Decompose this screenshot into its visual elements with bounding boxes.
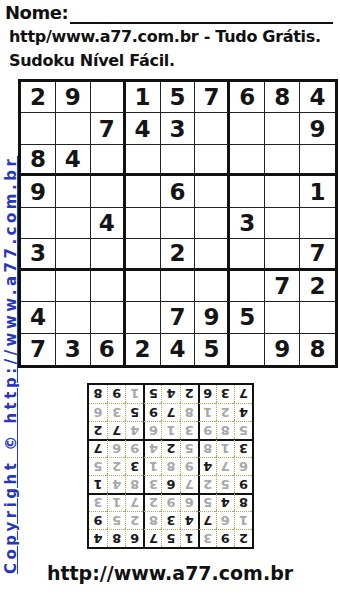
solution-cell-r3c1: 8: [234, 493, 252, 511]
solution-cell-r6c5: 2: [161, 439, 179, 457]
solution-cell-r7c1: 5: [234, 421, 252, 439]
site-tagline: http/www.a77.com.br - Tudo Grátis.: [9, 27, 321, 46]
solution-cell-r5c3: 4: [198, 457, 216, 475]
main-cell-r5c4[interactable]: [126, 208, 161, 239]
solution-cell-r5c5: 8: [161, 457, 179, 475]
solution-cell-r8c8: 3: [107, 403, 125, 421]
solution-cell-r1c2: 9: [216, 529, 234, 547]
solution-grid: 2931576841674382598456927139527638416749…: [87, 383, 254, 549]
solution-cell-r4c7: 8: [125, 475, 143, 493]
solution-cell-r1c3: 3: [198, 529, 216, 547]
main-cell-r3c4[interactable]: [126, 145, 161, 176]
main-cell-r2c5: 3: [161, 113, 196, 144]
main-cell-r7c7[interactable]: [230, 271, 265, 302]
copyright-vertical-text: Copyright © http://www.a77.com.br: [2, 156, 20, 574]
solution-cell-r6c4: 5: [180, 439, 198, 457]
main-cell-r8c9[interactable]: [300, 302, 335, 333]
main-cell-r4c6[interactable]: [195, 176, 230, 207]
puzzle-title: Sudoku Nível Fácil.: [9, 51, 175, 70]
main-cell-r1c7: 6: [230, 82, 265, 113]
main-cell-r8c3[interactable]: [91, 302, 126, 333]
solution-cell-r7c3: 9: [198, 421, 216, 439]
solution-cell-r3c4: 6: [180, 493, 198, 511]
solution-cell-r3c2: 4: [216, 493, 234, 511]
main-cell-r5c8[interactable]: [265, 208, 300, 239]
solution-cell-r3c7: 7: [125, 493, 143, 511]
main-cell-r9c9: 8: [300, 334, 335, 365]
solution-cell-r9c7: 1: [125, 385, 143, 403]
name-row: Nome:: [5, 2, 333, 24]
solution-cell-r8c1: 4: [234, 403, 252, 421]
main-cell-r1c8: 8: [265, 82, 300, 113]
main-cell-r8c6: 9: [195, 302, 230, 333]
main-cell-r9c8: 9: [265, 334, 300, 365]
main-cell-r8c1: 4: [21, 302, 56, 333]
main-cell-r2c2[interactable]: [56, 113, 91, 144]
solution-cell-r1c7: 6: [125, 529, 143, 547]
solution-cell-r2c6: 8: [143, 511, 161, 529]
main-cell-r9c1: 7: [21, 334, 56, 365]
solution-cell-r9c8: 9: [107, 385, 125, 403]
main-cell-r3c2: 4: [56, 145, 91, 176]
main-cell-r5c1[interactable]: [21, 208, 56, 239]
main-cell-r7c2[interactable]: [56, 271, 91, 302]
main-cell-r5c9[interactable]: [300, 208, 335, 239]
solution-cell-r5c4: 9: [180, 457, 198, 475]
main-cell-r6c5: 2: [161, 239, 196, 270]
main-cell-r5c5[interactable]: [161, 208, 196, 239]
solution-cell-r9c6: 5: [143, 385, 161, 403]
solution-cell-r4c6: 3: [143, 475, 161, 493]
main-cell-r5c7: 3: [230, 208, 265, 239]
solution-cell-r7c5: 1: [161, 421, 179, 439]
main-cell-r3c3[interactable]: [91, 145, 126, 176]
solution-cell-r4c5: 6: [161, 475, 179, 493]
solution-cell-r6c3: 8: [198, 439, 216, 457]
main-cell-r4c3[interactable]: [91, 176, 126, 207]
main-cell-r2c4: 4: [126, 113, 161, 144]
solution-cell-r5c6: 1: [143, 457, 161, 475]
solution-cell-r6c6: 4: [143, 439, 161, 457]
solution-cell-r3c8: 1: [107, 493, 125, 511]
main-cell-r9c2: 3: [56, 334, 91, 365]
main-cell-r4c5: 6: [161, 176, 196, 207]
solution-cell-r5c8: 2: [107, 457, 125, 475]
main-cell-r5c6[interactable]: [195, 208, 230, 239]
solution-cell-r1c8: 8: [107, 529, 125, 547]
main-cell-r7c3[interactable]: [91, 271, 126, 302]
solution-cell-r4c3: 2: [198, 475, 216, 493]
solution-cell-r8c5: 7: [161, 403, 179, 421]
main-cell-r3c6[interactable]: [195, 145, 230, 176]
solution-cell-r2c5: 3: [161, 511, 179, 529]
solution-cell-r4c4: 7: [180, 475, 198, 493]
main-cell-r3c5[interactable]: [161, 145, 196, 176]
solution-cell-r4c1: 9: [234, 475, 252, 493]
main-cell-r2c9: 9: [300, 113, 335, 144]
solution-cell-r2c1: 1: [234, 511, 252, 529]
main-cell-r7c5[interactable]: [161, 271, 196, 302]
main-cell-r6c4[interactable]: [126, 239, 161, 270]
solution-cell-r7c6: 6: [143, 421, 161, 439]
solution-cell-r9c4: 2: [180, 385, 198, 403]
solution-cell-r2c7: 2: [125, 511, 143, 529]
solution-cell-r6c8: 6: [107, 439, 125, 457]
main-cell-r8c8[interactable]: [265, 302, 300, 333]
main-cell-r1c6: 7: [195, 82, 230, 113]
solution-cell-r6c7: 9: [125, 439, 143, 457]
name-label: Nome:: [5, 2, 68, 24]
main-cell-r7c4[interactable]: [126, 271, 161, 302]
solution-cell-r8c6: 9: [143, 403, 161, 421]
main-cell-r4c2[interactable]: [56, 176, 91, 207]
main-cell-r2c1[interactable]: [21, 113, 56, 144]
solution-cell-r5c9: 5: [89, 457, 107, 475]
solution-cell-r4c9: 1: [89, 475, 107, 493]
solution-cell-r9c9: 8: [89, 385, 107, 403]
solution-cell-r1c4: 1: [180, 529, 198, 547]
main-cell-r4c1: 9: [21, 176, 56, 207]
solution-cell-r3c6: 2: [143, 493, 161, 511]
main-cell-r4c7[interactable]: [230, 176, 265, 207]
name-fill-line[interactable]: [70, 3, 333, 24]
main-cell-r4c8[interactable]: [265, 176, 300, 207]
main-cell-r1c5: 5: [161, 82, 196, 113]
solution-cell-r2c2: 6: [216, 511, 234, 529]
main-cell-r7c1[interactable]: [21, 271, 56, 302]
main-cell-r8c7: 5: [230, 302, 265, 333]
main-cell-r1c3[interactable]: [91, 82, 126, 113]
solution-cell-r3c3: 5: [198, 493, 216, 511]
solution-cell-r8c2: 2: [216, 403, 234, 421]
solution-cell-r9c1: 7: [234, 385, 252, 403]
main-cell-r8c4[interactable]: [126, 302, 161, 333]
main-cell-r3c8[interactable]: [265, 145, 300, 176]
solution-cell-r6c1: 3: [234, 439, 252, 457]
main-cell-r6c1: 3: [21, 239, 56, 270]
solution-cell-r9c3: 6: [198, 385, 216, 403]
footer-url: http://www.a77.com.br: [0, 562, 340, 584]
main-cell-r4c9: 1: [300, 176, 335, 207]
main-cell-r7c9: 2: [300, 271, 335, 302]
main-cell-r9c7[interactable]: [230, 334, 265, 365]
solution-cell-r5c7: 3: [125, 457, 143, 475]
main-cell-r8c2[interactable]: [56, 302, 91, 333]
main-cell-r5c3: 4: [91, 208, 126, 239]
main-cell-r6c7[interactable]: [230, 239, 265, 270]
solution-cell-r2c3: 7: [198, 511, 216, 529]
main-cell-r2c6[interactable]: [195, 113, 230, 144]
main-cell-r7c6[interactable]: [195, 271, 230, 302]
main-cell-r3c7[interactable]: [230, 145, 265, 176]
solution-cell-r6c9: 7: [89, 439, 107, 457]
main-cell-r1c2: 9: [56, 82, 91, 113]
solution-cell-r2c8: 5: [107, 511, 125, 529]
main-cell-r4c4[interactable]: [126, 176, 161, 207]
solution-cell-r7c2: 8: [216, 421, 234, 439]
main-cell-r9c4: 2: [126, 334, 161, 365]
main-cell-r6c9: 7: [300, 239, 335, 270]
solution-cell-r8c9: 6: [89, 403, 107, 421]
main-cell-r1c9: 4: [300, 82, 335, 113]
main-cell-r2c8[interactable]: [265, 113, 300, 144]
solution-cell-r7c7: 4: [125, 421, 143, 439]
solution-cell-r6c2: 1: [216, 439, 234, 457]
solution-cell-r8c7: 5: [125, 403, 143, 421]
solution-cell-r4c8: 4: [107, 475, 125, 493]
main-cell-r6c2[interactable]: [56, 239, 91, 270]
solution-cell-r1c9: 4: [89, 529, 107, 547]
solution-cell-r7c4: 3: [180, 421, 198, 439]
solution-cell-r1c1: 2: [234, 529, 252, 547]
solution-cell-r4c2: 5: [216, 475, 234, 493]
main-cell-r6c6[interactable]: [195, 239, 230, 270]
solution-cell-r3c9: 3: [89, 493, 107, 511]
main-cell-r5c2[interactable]: [56, 208, 91, 239]
main-cell-r9c3: 6: [91, 334, 126, 365]
solution-cell-r8c4: 8: [180, 403, 198, 421]
solution-cell-r9c2: 3: [216, 385, 234, 403]
solution-cell-r2c4: 4: [180, 511, 198, 529]
main-cell-r1c4: 1: [126, 82, 161, 113]
solution-cell-r5c2: 7: [216, 457, 234, 475]
main-cell-r9c6: 5: [195, 334, 230, 365]
main-cell-r2c3: 7: [91, 113, 126, 144]
solution-cell-r5c1: 6: [234, 457, 252, 475]
solution-cell-r7c8: 7: [107, 421, 125, 439]
main-cell-r1c1: 2: [21, 82, 56, 113]
main-cell-r8c5: 7: [161, 302, 196, 333]
main-cell-r6c3[interactable]: [91, 239, 126, 270]
solution-cell-r9c5: 4: [161, 385, 179, 403]
main-cell-r3c1: 8: [21, 145, 56, 176]
main-cell-r9c5: 4: [161, 334, 196, 365]
printable-sudoku-page: Nome: http/www.a77.com.br - Tudo Grátis.…: [0, 0, 340, 596]
main-grid: 291576847439849614332772479573624598: [18, 79, 338, 368]
main-cell-r2c7[interactable]: [230, 113, 265, 144]
solution-cell-r8c3: 1: [198, 403, 216, 421]
main-cell-r3c9[interactable]: [300, 145, 335, 176]
solution-cell-r7c9: 2: [89, 421, 107, 439]
solution-cell-r1c6: 7: [143, 529, 161, 547]
solution-cell-r2c9: 9: [89, 511, 107, 529]
solution-cell-r3c5: 9: [161, 493, 179, 511]
main-cell-r6c8[interactable]: [265, 239, 300, 270]
solution-cell-r1c5: 5: [161, 529, 179, 547]
main-cell-r7c8: 7: [265, 271, 300, 302]
